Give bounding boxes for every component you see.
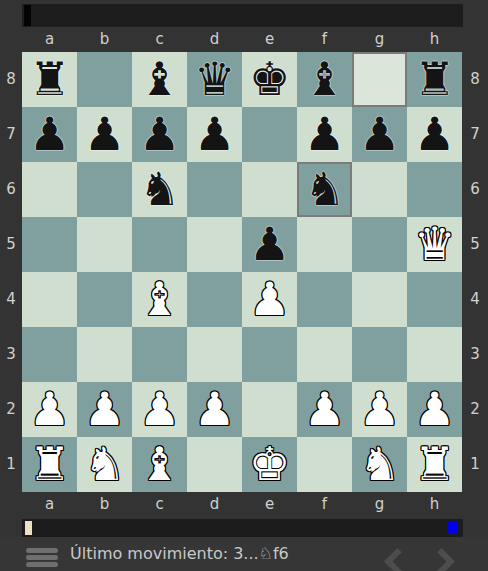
piece-black-pawn[interactable]: ♟ — [22, 107, 77, 162]
rank-labels-left: 87654321 — [0, 52, 22, 492]
square-e1[interactable]: ♚ — [242, 437, 297, 492]
file-labels-bottom: abcdefgh — [22, 492, 462, 519]
square-d5[interactable] — [187, 217, 242, 272]
square-e7[interactable] — [242, 107, 297, 162]
piece-white-rook[interactable]: ♜ — [22, 437, 77, 492]
board-area: 87654321 ♜♝♛♚♝♜♟♟♟♟♟♟♟♞♞♟♛♝♟♟♟♟♟♟♟♟♜♞♝♚♞… — [0, 52, 488, 492]
rank-label-4: 4 — [0, 272, 22, 327]
piece-white-pawn[interactable]: ♟ — [407, 382, 462, 437]
hamburger-icon — [26, 548, 58, 553]
piece-black-king[interactable]: ♚ — [242, 52, 297, 107]
menu-button[interactable] — [26, 548, 58, 568]
next-move-button[interactable] — [428, 548, 455, 571]
piece-white-knight[interactable]: ♞ — [352, 437, 407, 492]
piece-black-pawn[interactable]: ♟ — [132, 107, 187, 162]
square-h5[interactable]: ♛ — [407, 217, 462, 272]
square-g8[interactable] — [352, 52, 407, 107]
piece-black-pawn[interactable]: ♟ — [187, 107, 242, 162]
file-label-b: b — [77, 492, 132, 519]
file-label-d: d — [187, 27, 242, 52]
piece-black-pawn[interactable]: ♟ — [77, 107, 132, 162]
rank-label-3: 3 — [462, 327, 488, 382]
blue-marker — [447, 522, 458, 533]
top-scrollbar[interactable] — [0, 0, 488, 27]
square-b5[interactable] — [77, 217, 132, 272]
piece-white-knight[interactable]: ♞ — [77, 437, 132, 492]
file-label-c: c — [132, 27, 187, 52]
file-label-d: d — [187, 492, 242, 519]
top-scrollbar-handle[interactable] — [24, 5, 31, 26]
piece-white-rook[interactable]: ♜ — [407, 437, 462, 492]
file-label-f: f — [297, 27, 352, 52]
square-f1[interactable] — [297, 437, 352, 492]
file-label-c: c — [132, 492, 187, 519]
piece-white-pawn[interactable]: ♟ — [77, 382, 132, 437]
rank-label-7: 7 — [0, 107, 22, 162]
rank-label-2: 2 — [0, 382, 22, 437]
rank-label-4: 4 — [462, 272, 488, 327]
chess-app: abcdefgh 87654321 ♜♝♛♚♝♜♟♟♟♟♟♟♟♞♞♟♛♝♟♟♟♟… — [0, 0, 488, 571]
piece-black-pawn[interactable]: ♟ — [242, 217, 297, 272]
file-label-b: b — [77, 27, 132, 52]
piece-black-pawn[interactable]: ♟ — [297, 107, 352, 162]
rank-labels-right: 87654321 — [462, 52, 488, 492]
rank-label-5: 5 — [462, 217, 488, 272]
square-c1[interactable]: ♝ — [132, 437, 187, 492]
square-e5[interactable]: ♟ — [242, 217, 297, 272]
square-g5[interactable] — [352, 217, 407, 272]
file-label-e: e — [242, 492, 297, 519]
square-b1[interactable]: ♞ — [77, 437, 132, 492]
square-d4[interactable] — [187, 272, 242, 327]
square-d7[interactable]: ♟ — [187, 107, 242, 162]
square-e4[interactable]: ♟ — [242, 272, 297, 327]
bottom-scrollbar[interactable] — [0, 519, 488, 537]
piece-black-pawn[interactable]: ♟ — [352, 107, 407, 162]
square-d3[interactable] — [187, 327, 242, 382]
square-a4[interactable] — [22, 272, 77, 327]
square-b8[interactable] — [77, 52, 132, 107]
square-c2[interactable]: ♟ — [132, 382, 187, 437]
square-h3[interactable] — [407, 327, 462, 382]
piece-black-queen[interactable]: ♛ — [187, 52, 242, 107]
square-h7[interactable]: ♟ — [407, 107, 462, 162]
previous-move-button[interactable] — [384, 548, 411, 571]
square-a6[interactable] — [22, 162, 77, 217]
square-b4[interactable] — [77, 272, 132, 327]
piece-black-bishop[interactable]: ♝ — [132, 52, 187, 107]
square-a2[interactable]: ♟ — [22, 382, 77, 437]
square-f7[interactable]: ♟ — [297, 107, 352, 162]
piece-white-pawn[interactable]: ♟ — [297, 382, 352, 437]
square-f8[interactable]: ♝ — [297, 52, 352, 107]
file-labels-top: abcdefgh — [22, 27, 462, 52]
square-c7[interactable]: ♟ — [132, 107, 187, 162]
square-h6[interactable] — [407, 162, 462, 217]
file-label-e: e — [242, 27, 297, 52]
rank-label-1: 1 — [462, 437, 488, 492]
file-label-g: g — [352, 492, 407, 519]
square-b2[interactable]: ♟ — [77, 382, 132, 437]
square-d6[interactable] — [187, 162, 242, 217]
piece-white-pawn[interactable]: ♟ — [352, 382, 407, 437]
bottom-scrollbar-handle[interactable] — [25, 521, 32, 535]
square-g2[interactable]: ♟ — [352, 382, 407, 437]
square-c3[interactable] — [132, 327, 187, 382]
piece-white-bishop[interactable]: ♝ — [132, 272, 187, 327]
square-a8[interactable]: ♜ — [22, 52, 77, 107]
piece-white-pawn[interactable]: ♟ — [187, 382, 242, 437]
piece-black-rook[interactable]: ♜ — [407, 52, 462, 107]
piece-black-knight[interactable]: ♞ — [297, 162, 352, 217]
file-label-h: h — [407, 27, 462, 52]
chess-board[interactable]: ♜♝♛♚♝♜♟♟♟♟♟♟♟♞♞♟♛♝♟♟♟♟♟♟♟♟♜♞♝♚♞♜ — [22, 52, 462, 492]
square-g6[interactable] — [352, 162, 407, 217]
square-f5[interactable] — [297, 217, 352, 272]
piece-black-bishop[interactable]: ♝ — [297, 52, 352, 107]
square-f2[interactable]: ♟ — [297, 382, 352, 437]
piece-black-pawn[interactable]: ♟ — [407, 107, 462, 162]
file-label-a: a — [22, 27, 77, 52]
square-f3[interactable] — [297, 327, 352, 382]
piece-white-pawn[interactable]: ♟ — [132, 382, 187, 437]
square-c4[interactable]: ♝ — [132, 272, 187, 327]
file-label-f: f — [297, 492, 352, 519]
rank-label-5: 5 — [0, 217, 22, 272]
rank-label-2: 2 — [462, 382, 488, 437]
controls-bar: Último movimiento: 3...♘f6 — [0, 537, 488, 571]
square-e8[interactable]: ♚ — [242, 52, 297, 107]
file-label-g: g — [352, 27, 407, 52]
square-h4[interactable] — [407, 272, 462, 327]
square-e3[interactable] — [242, 327, 297, 382]
file-label-h: h — [407, 492, 462, 519]
square-b7[interactable]: ♟ — [77, 107, 132, 162]
piece-white-bishop[interactable]: ♝ — [132, 437, 187, 492]
bottom-scrollbar-track[interactable] — [22, 519, 463, 537]
square-d2[interactable]: ♟ — [187, 382, 242, 437]
square-f6[interactable]: ♞ — [297, 162, 352, 217]
piece-black-rook[interactable]: ♜ — [22, 52, 77, 107]
square-h1[interactable]: ♜ — [407, 437, 462, 492]
square-a1[interactable]: ♜ — [22, 437, 77, 492]
top-scrollbar-track[interactable] — [22, 4, 463, 27]
square-e2[interactable] — [242, 382, 297, 437]
rank-label-6: 6 — [0, 162, 22, 217]
piece-white-pawn[interactable]: ♟ — [242, 272, 297, 327]
square-d8[interactable]: ♛ — [187, 52, 242, 107]
square-a5[interactable] — [22, 217, 77, 272]
square-g4[interactable] — [352, 272, 407, 327]
square-c5[interactable] — [132, 217, 187, 272]
square-h2[interactable]: ♟ — [407, 382, 462, 437]
piece-white-king[interactable]: ♚ — [242, 437, 297, 492]
square-e6[interactable] — [242, 162, 297, 217]
square-f4[interactable] — [297, 272, 352, 327]
square-b3[interactable] — [77, 327, 132, 382]
rank-label-8: 8 — [462, 52, 488, 107]
last-move-label: Último movimiento: 3...♘f6 — [70, 544, 289, 563]
square-g3[interactable] — [352, 327, 407, 382]
piece-white-pawn[interactable]: ♟ — [22, 382, 77, 437]
square-c8[interactable]: ♝ — [132, 52, 187, 107]
rank-label-7: 7 — [462, 107, 488, 162]
square-c6[interactable]: ♞ — [132, 162, 187, 217]
rank-label-3: 3 — [0, 327, 22, 382]
file-label-a: a — [22, 492, 77, 519]
square-g7[interactable]: ♟ — [352, 107, 407, 162]
square-a3[interactable] — [22, 327, 77, 382]
square-h8[interactable]: ♜ — [407, 52, 462, 107]
piece-black-knight[interactable]: ♞ — [132, 162, 187, 217]
rank-label-6: 6 — [462, 162, 488, 217]
rank-label-1: 1 — [0, 437, 22, 492]
rank-label-8: 8 — [0, 52, 22, 107]
square-a7[interactable]: ♟ — [22, 107, 77, 162]
square-g1[interactable]: ♞ — [352, 437, 407, 492]
piece-white-queen[interactable]: ♛ — [407, 217, 462, 272]
square-d1[interactable] — [187, 437, 242, 492]
square-b6[interactable] — [77, 162, 132, 217]
